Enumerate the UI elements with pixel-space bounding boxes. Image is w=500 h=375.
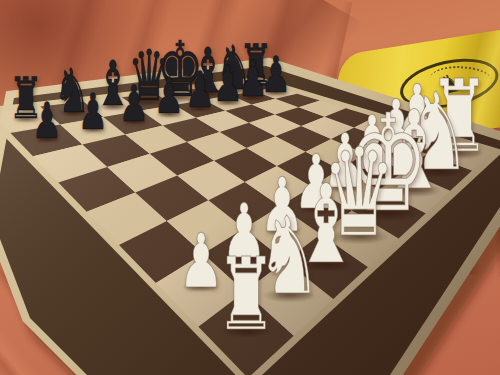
square-f6 [225, 104, 275, 122]
square-c5 [150, 142, 214, 176]
piece-shadow [386, 183, 443, 198]
square-g8 [212, 84, 255, 95]
square-b5 [107, 154, 177, 193]
piece-shadow [218, 85, 250, 94]
fabric-fold-shadow [0, 0, 188, 186]
square-g7 [231, 91, 276, 104]
square-b1 [245, 261, 333, 336]
square-d6 [163, 118, 220, 142]
square-a1 [198, 292, 293, 375]
square-a8 [0, 106, 60, 133]
square-b3 [167, 200, 244, 254]
piece-shadow [220, 324, 272, 338]
square-d3 [245, 166, 312, 206]
piece-white-pawn: ♟ [178, 223, 224, 298]
piece-shadow [298, 257, 355, 272]
square-e8 [155, 90, 204, 105]
piece-shadow [433, 146, 485, 160]
fabric-creases [0, 205, 189, 375]
piece-shadow [376, 149, 415, 159]
piece-shadow [121, 118, 147, 125]
square-h8 [236, 82, 276, 91]
piece-shadow [156, 111, 182, 118]
piece-white-queen: ♛ [322, 132, 396, 254]
piece-black-pawn: ♟ [185, 65, 215, 115]
square-c1 [285, 234, 368, 299]
square-a7 [10, 125, 82, 157]
square-d1 [321, 211, 399, 267]
piece-shadow [410, 163, 466, 178]
piece-black-rook: ♜ [9, 70, 44, 127]
piece-shadow [215, 99, 241, 106]
square-a6 [33, 145, 107, 183]
piece-white-pawn: ♟ [260, 167, 306, 242]
square-g2 [365, 140, 427, 171]
square-c7 [103, 111, 162, 135]
square-c8 [84, 97, 142, 117]
piece-white-bishop: ♝ [293, 170, 359, 279]
piece-black-rook: ♜ [239, 37, 274, 94]
square-d5 [187, 132, 247, 161]
chess-bag: ♞ [332, 29, 500, 152]
piece-shadow [187, 105, 213, 112]
piece-white-rook: ♜ [216, 245, 277, 345]
piece-black-pawn: ♟ [261, 50, 291, 100]
piece-shadow [57, 108, 89, 117]
square-g5 [275, 107, 325, 126]
square-a4 [87, 192, 167, 245]
piece-black-pawn: ♟ [238, 54, 268, 104]
piece-shadow [97, 102, 129, 111]
piece-black-pawn: ♟ [32, 96, 62, 146]
square-g1 [404, 154, 472, 191]
piece-black-pawn: ♟ [78, 87, 108, 137]
square-a2 [156, 254, 245, 327]
square-e2 [312, 169, 380, 210]
bag-emblem: ♞ [396, 51, 500, 117]
piece-shadow [80, 126, 106, 133]
piece-black-pawn: ♟ [154, 71, 184, 121]
piece-shadow [34, 136, 60, 143]
piece-shadow [192, 89, 224, 98]
emblem-text-arc [429, 65, 492, 94]
square-d7 [141, 105, 196, 126]
piece-shadow [296, 203, 335, 213]
square-e6 [196, 111, 249, 132]
square-f1 [380, 171, 451, 214]
square-d2 [280, 187, 352, 235]
piece-black-bishop: ♝ [189, 40, 227, 102]
knight-logo-icon: ♞ [436, 69, 463, 98]
square-h1 [427, 139, 492, 171]
square-e1 [352, 190, 426, 239]
piece-shadow [225, 252, 264, 262]
piece-black-bishop: ♝ [94, 53, 132, 115]
piece-white-knight: ♞ [256, 203, 321, 310]
square-d8 [122, 94, 175, 111]
piece-shadow [263, 89, 289, 96]
square-b2 [203, 229, 285, 292]
square-f2 [340, 154, 405, 190]
piece-black-king: ♚ [157, 31, 204, 108]
square-d4 [214, 148, 277, 182]
piece-shadow [240, 94, 266, 101]
square-e3 [277, 152, 340, 187]
square-h6 [276, 94, 320, 108]
square-f3 [306, 139, 366, 169]
square-e5 [220, 123, 276, 148]
fabric-fold [444, 122, 500, 277]
piece-shadow [181, 282, 220, 292]
square-a5 [58, 167, 135, 212]
square-f4 [276, 126, 332, 152]
piece-black-queen: ♛ [127, 41, 170, 111]
piece-white-pawn: ♟ [221, 193, 267, 268]
square-c6 [125, 126, 187, 154]
piece-shadow [353, 165, 392, 175]
square-a3 [119, 221, 203, 283]
square-b7 [60, 117, 125, 145]
photo-scene: ♞ ♜♞♝♛♚♝♞♜♟♟♟♟♟♟♟♟♟♟♟♟♟♟♟♟♜♞♝♛♚♝♞♜ [0, 0, 500, 375]
piece-shadow [261, 288, 317, 303]
square-c2 [244, 206, 321, 261]
square-e4 [247, 136, 306, 166]
square-f8 [185, 87, 231, 100]
piece-shadow [160, 92, 200, 103]
piece-shadow [354, 203, 424, 222]
piece-black-pawn: ♟ [213, 59, 243, 109]
square-b8 [40, 102, 103, 125]
piece-shadow [326, 183, 365, 193]
piece-shadow [11, 115, 41, 123]
piece-black-knight: ♞ [215, 37, 252, 98]
square-f5 [249, 115, 301, 137]
square-c4 [177, 161, 245, 200]
piece-shadow [130, 97, 166, 107]
square-h7 [255, 88, 297, 99]
piece-white-pawn: ♟ [293, 144, 339, 219]
square-b6 [82, 134, 149, 167]
square-f7 [204, 95, 252, 110]
piece-shadow [242, 82, 272, 90]
piece-black-knight: ♞ [54, 60, 91, 121]
piece-shadow [263, 226, 302, 236]
square-g6 [252, 99, 299, 115]
fabric-drape [28, 0, 353, 150]
piece-shadow [328, 228, 391, 245]
piece-black-pawn: ♟ [118, 79, 148, 129]
square-c3 [209, 182, 281, 229]
square-e7 [175, 100, 226, 118]
square-b4 [135, 176, 208, 221]
